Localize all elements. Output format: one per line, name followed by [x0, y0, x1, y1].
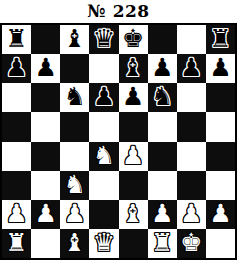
square-b3	[31, 171, 60, 200]
white-pawn-f2: ♟	[151, 201, 173, 226]
square-g7: ♟	[177, 54, 206, 83]
white-pawn-h2: ♟	[209, 201, 231, 226]
white-pawn-c2: ♟	[64, 201, 86, 226]
white-pawn-a2: ♟	[5, 201, 27, 226]
square-a8: ♜	[2, 25, 31, 54]
square-h6	[206, 83, 235, 112]
square-e4: ♟	[119, 142, 148, 171]
square-h1	[206, 229, 235, 258]
white-rook-f1: ♜	[151, 230, 173, 255]
square-e3	[119, 171, 148, 200]
square-b8	[31, 25, 60, 54]
square-a4	[2, 142, 31, 171]
white-bishop-c1: ♝	[64, 230, 86, 255]
white-pawn-g2: ♟	[180, 201, 202, 226]
square-d6: ♟	[89, 83, 118, 112]
diagram-number-title: № 228	[0, 0, 237, 23]
square-g6	[177, 83, 206, 112]
square-g8	[177, 25, 206, 54]
black-pawn-b7: ♟	[34, 55, 56, 80]
chess-diagram-page: № 228 ♜♝♛♚♜♟♟♝♟♟♟♞♟♟♞♞♟♞♟♟♟♝♟♟♟♜♝♛♜♚	[0, 0, 237, 260]
black-pawn-h7: ♟	[209, 55, 231, 80]
square-c6: ♞	[60, 83, 89, 112]
square-h5	[206, 112, 235, 141]
square-b7: ♟	[31, 54, 60, 83]
chess-board: ♜♝♛♚♜♟♟♝♟♟♟♞♟♟♞♞♟♞♟♟♟♝♟♟♟♜♝♛♜♚	[0, 23, 237, 260]
square-d3	[89, 171, 118, 200]
black-knight-f6: ♞	[151, 84, 173, 109]
square-g3	[177, 171, 206, 200]
square-f1: ♜	[148, 229, 177, 258]
square-d1: ♛	[89, 229, 118, 258]
square-b1	[31, 229, 60, 258]
square-d4: ♞	[89, 142, 118, 171]
square-g5	[177, 112, 206, 141]
white-knight-d4: ♞	[93, 143, 115, 168]
square-e8: ♚	[119, 25, 148, 54]
square-d7	[89, 54, 118, 83]
square-b4	[31, 142, 60, 171]
square-a2: ♟	[2, 200, 31, 229]
square-h8: ♜	[206, 25, 235, 54]
square-e5	[119, 112, 148, 141]
square-c2: ♟	[60, 200, 89, 229]
black-pawn-g7: ♟	[180, 55, 202, 80]
white-bishop-e2: ♝	[122, 201, 144, 226]
square-a6	[2, 83, 31, 112]
square-d5	[89, 112, 118, 141]
white-rook-a1: ♜	[5, 230, 27, 255]
white-queen-d1: ♛	[93, 230, 115, 255]
square-a1: ♜	[2, 229, 31, 258]
white-knight-c3: ♞	[64, 172, 86, 197]
square-c4	[60, 142, 89, 171]
square-g1: ♚	[177, 229, 206, 258]
black-bishop-c8: ♝	[64, 26, 86, 51]
square-e6: ♟	[119, 83, 148, 112]
black-knight-c6: ♞	[64, 84, 86, 109]
square-f4	[148, 142, 177, 171]
square-e1	[119, 229, 148, 258]
square-f3	[148, 171, 177, 200]
square-c7	[60, 54, 89, 83]
square-f8	[148, 25, 177, 54]
square-a7: ♟	[2, 54, 31, 83]
square-h4	[206, 142, 235, 171]
black-pawn-e6: ♟	[122, 84, 144, 109]
black-bishop-e7: ♝	[122, 55, 144, 80]
black-pawn-f7: ♟	[151, 55, 173, 80]
square-e2: ♝	[119, 200, 148, 229]
square-d8: ♛	[89, 25, 118, 54]
square-f7: ♟	[148, 54, 177, 83]
square-d2	[89, 200, 118, 229]
black-rook-a8: ♜	[5, 26, 27, 51]
white-pawn-b2: ♟	[34, 201, 56, 226]
black-queen-d8: ♛	[93, 26, 115, 51]
black-rook-h8: ♜	[209, 26, 231, 51]
white-king-g1: ♚	[180, 230, 202, 255]
black-king-e8: ♚	[122, 26, 144, 51]
square-h3	[206, 171, 235, 200]
square-c1: ♝	[60, 229, 89, 258]
square-h7: ♟	[206, 54, 235, 83]
square-f5	[148, 112, 177, 141]
square-g4	[177, 142, 206, 171]
square-g2: ♟	[177, 200, 206, 229]
square-f2: ♟	[148, 200, 177, 229]
square-b5	[31, 112, 60, 141]
square-c3: ♞	[60, 171, 89, 200]
square-c5	[60, 112, 89, 141]
square-a3	[2, 171, 31, 200]
square-e7: ♝	[119, 54, 148, 83]
square-h2: ♟	[206, 200, 235, 229]
square-b6	[31, 83, 60, 112]
square-f6: ♞	[148, 83, 177, 112]
square-b2: ♟	[31, 200, 60, 229]
black-pawn-d6: ♟	[93, 84, 115, 109]
square-a5	[2, 112, 31, 141]
white-pawn-e4: ♟	[122, 143, 144, 168]
black-pawn-a7: ♟	[5, 55, 27, 80]
square-c8: ♝	[60, 25, 89, 54]
